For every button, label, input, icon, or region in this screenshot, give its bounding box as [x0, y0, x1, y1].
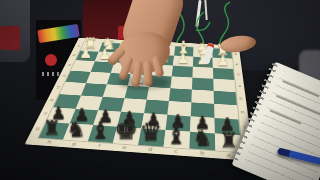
player-finger: [143, 61, 152, 86]
square-c8[interactable]: ♝: [164, 130, 190, 149]
coordinate-label: 4: [234, 80, 245, 93]
rainbow-box-logo: [45, 54, 57, 66]
square-b4[interactable]: [192, 78, 214, 91]
photo-scene: hgfedcba hgfedcba 12345678 12345678 ♜♞♝♚…: [0, 0, 320, 180]
piece-white-pawn-h2[interactable]: ♟: [76, 47, 95, 61]
piece-black-bishop-f8[interactable]: ♝: [88, 119, 113, 142]
piece-white-pawn-c2[interactable]: ♟: [173, 52, 193, 66]
piece-black-knight-b8[interactable]: ♞: [189, 127, 215, 149]
square-a3[interactable]: [213, 68, 234, 80]
square-d8[interactable]: ♛: [138, 128, 165, 146]
notebook-ruled-lines: [243, 71, 320, 180]
square-e8[interactable]: ♚: [113, 127, 141, 145]
piece-white-pawn-a2[interactable]: ♟: [213, 54, 233, 68]
red-object-left: [0, 26, 20, 50]
piece-black-king-e8[interactable]: ♚: [113, 117, 138, 144]
piece-black-queen-d8[interactable]: ♛: [138, 120, 164, 146]
piece-black-knight-g8[interactable]: ♞: [63, 118, 88, 140]
square-c2[interactable]: ♟: [173, 56, 193, 67]
piece-black-rook-h8[interactable]: ♜: [39, 118, 64, 138]
square-b3[interactable]: [192, 67, 213, 79]
coordinate-label: 2: [232, 59, 242, 70]
coordinate-label: 3: [233, 69, 243, 81]
coordinate-label: 5: [236, 92, 247, 106]
square-a2[interactable]: ♟: [213, 58, 234, 69]
piece-black-bishop-c8[interactable]: ♝: [164, 124, 190, 147]
square-b8[interactable]: ♞: [189, 132, 215, 151]
